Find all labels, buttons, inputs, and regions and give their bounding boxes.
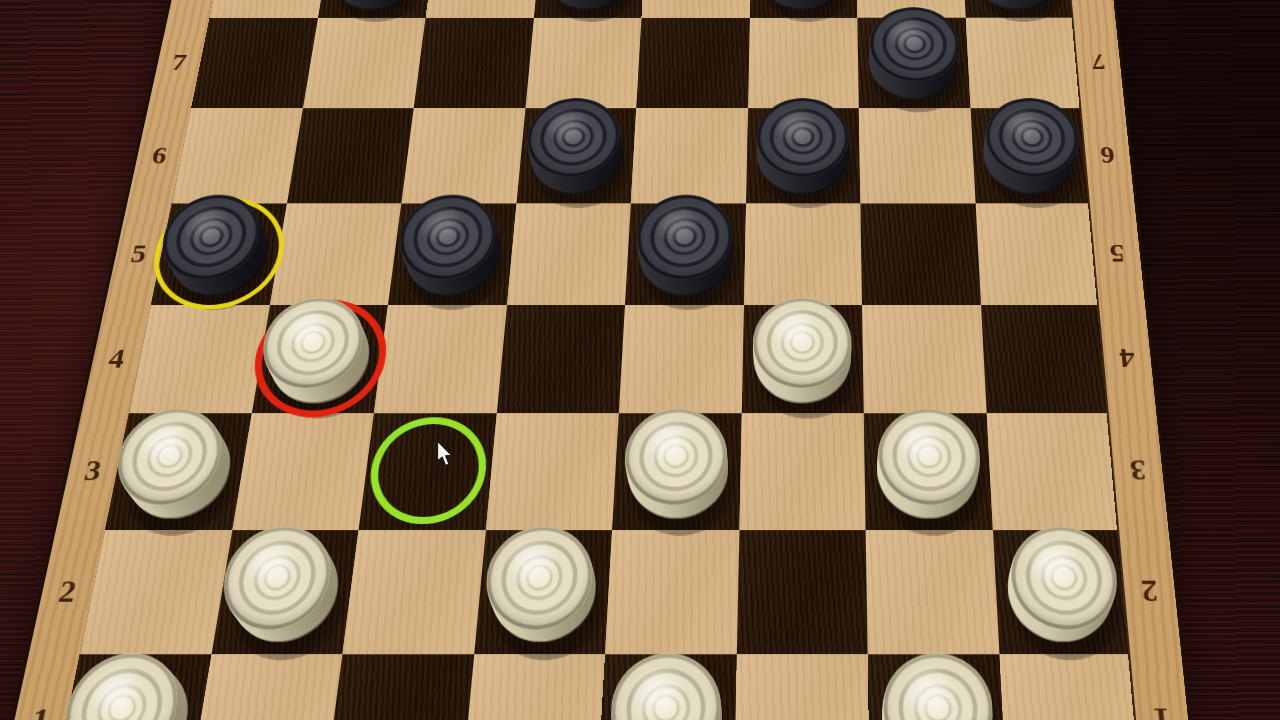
rank-label-3-right: 3 xyxy=(1109,414,1169,530)
square-f1 xyxy=(734,654,870,720)
square-d2[interactable] xyxy=(474,530,612,654)
square-h6[interactable] xyxy=(970,108,1090,203)
square-h5 xyxy=(975,203,1099,305)
square-e4 xyxy=(619,305,744,414)
mouse-cursor xyxy=(436,440,454,467)
rank-label-2-right: 2 xyxy=(1119,530,1181,654)
white-piece-a3[interactable] xyxy=(120,424,237,519)
white-piece-f4[interactable] xyxy=(754,314,852,403)
square-d8[interactable] xyxy=(533,0,646,18)
square-b8[interactable] xyxy=(318,0,437,18)
rank-label-1-right: 1 xyxy=(1130,654,1195,720)
square-a2 xyxy=(80,530,232,654)
square-h4[interactable] xyxy=(981,305,1109,414)
white-piece-d2[interactable] xyxy=(488,540,599,642)
rank-label-4-right: 4 xyxy=(1099,305,1156,414)
white-piece-a1[interactable] xyxy=(69,666,196,720)
square-a6 xyxy=(172,108,303,203)
square-a4 xyxy=(129,305,270,414)
square-c5[interactable] xyxy=(388,203,516,305)
square-a8 xyxy=(210,0,332,18)
rank-label-5-right: 5 xyxy=(1090,203,1145,305)
white-piece-b2[interactable] xyxy=(226,540,344,642)
square-b4[interactable] xyxy=(251,305,388,414)
square-h8[interactable] xyxy=(961,0,1073,18)
piece-top-face xyxy=(756,98,849,177)
square-c1[interactable] xyxy=(325,654,474,720)
square-e5[interactable] xyxy=(625,203,746,305)
black-piece-c5[interactable] xyxy=(401,212,504,295)
square-b3 xyxy=(232,414,374,530)
square-g3[interactable] xyxy=(864,414,993,530)
square-g6 xyxy=(859,108,975,203)
square-d3 xyxy=(485,414,618,530)
square-e8 xyxy=(641,0,751,18)
white-piece-e1[interactable] xyxy=(612,666,723,720)
square-h3 xyxy=(986,414,1119,530)
piece-top-face xyxy=(882,653,995,720)
white-piece-g1[interactable] xyxy=(881,666,992,720)
piece-top-face xyxy=(608,653,721,720)
square-f4[interactable] xyxy=(741,305,863,414)
square-c2 xyxy=(342,530,485,654)
square-f6[interactable] xyxy=(746,108,861,203)
square-g5[interactable] xyxy=(860,203,980,305)
piece-top-face xyxy=(869,7,961,81)
black-piece-f8[interactable] xyxy=(760,0,846,10)
square-f8[interactable] xyxy=(749,0,857,18)
piece-top-face xyxy=(753,298,852,388)
checkers-board: 87654321 87654321 xyxy=(0,0,1195,720)
black-piece-d6[interactable] xyxy=(528,116,624,194)
square-c4 xyxy=(374,305,507,414)
white-piece-e3[interactable] xyxy=(625,424,728,519)
white-piece-g3[interactable] xyxy=(876,424,979,519)
square-d4[interactable] xyxy=(496,305,625,414)
destination-ring-c3 xyxy=(364,417,491,524)
square-g7[interactable] xyxy=(857,18,970,108)
square-g1[interactable] xyxy=(868,654,1006,720)
square-e1[interactable] xyxy=(597,654,736,720)
square-c7[interactable] xyxy=(414,18,534,108)
black-piece-e5[interactable] xyxy=(637,212,734,295)
square-d5 xyxy=(507,203,631,305)
square-h1 xyxy=(999,654,1142,720)
square-a5[interactable] xyxy=(151,203,287,305)
square-e7[interactable] xyxy=(636,18,749,108)
rank-label-6-right: 6 xyxy=(1081,108,1134,203)
square-b2[interactable] xyxy=(211,530,359,654)
square-c3[interactable] xyxy=(359,414,497,530)
square-e2 xyxy=(605,530,739,654)
square-g4 xyxy=(862,305,986,414)
square-b5 xyxy=(270,203,402,305)
board-scene: 87654321 87654321 xyxy=(0,0,1280,720)
rank-label-7-right: 7 xyxy=(1073,18,1124,108)
square-f3 xyxy=(739,414,866,530)
square-c8 xyxy=(425,0,541,18)
square-e6 xyxy=(631,108,748,203)
black-piece-h8[interactable] xyxy=(972,0,1062,10)
square-f2[interactable] xyxy=(736,530,867,654)
board-grid xyxy=(53,0,1143,720)
square-c6 xyxy=(401,108,525,203)
rank-label-8-right: 8 xyxy=(1066,0,1115,18)
black-piece-b8[interactable] xyxy=(330,0,425,10)
square-d1 xyxy=(461,654,605,720)
square-a3[interactable] xyxy=(105,414,251,530)
square-f5 xyxy=(744,203,863,305)
square-e3[interactable] xyxy=(612,414,741,530)
black-piece-h6[interactable] xyxy=(982,116,1078,194)
white-piece-h2[interactable] xyxy=(1006,540,1116,642)
square-d7 xyxy=(525,18,641,108)
black-piece-g7[interactable] xyxy=(868,26,958,100)
square-h2[interactable] xyxy=(992,530,1130,654)
square-b1 xyxy=(189,654,343,720)
square-d6[interactable] xyxy=(516,108,636,203)
game-viewport: 87654321 87654321 xyxy=(0,0,1280,720)
black-piece-d8[interactable] xyxy=(545,0,635,10)
square-b7 xyxy=(302,18,425,108)
square-a7[interactable] xyxy=(191,18,317,108)
square-h7 xyxy=(965,18,1081,108)
square-b6[interactable] xyxy=(287,108,414,203)
square-g2 xyxy=(866,530,999,654)
black-piece-f6[interactable] xyxy=(757,116,849,194)
square-f7 xyxy=(748,18,859,108)
